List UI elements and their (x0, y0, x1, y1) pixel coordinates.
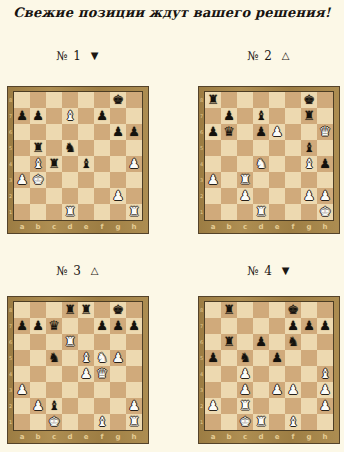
square-c4 (237, 156, 253, 172)
white-pawn-b2: ♟ (32, 398, 44, 414)
black-king-g8: ♚ (112, 302, 124, 318)
white-pawn-g2: ♟ (303, 188, 315, 204)
square-c3 (46, 172, 62, 188)
rank-label-4: 4 (8, 366, 13, 382)
white-pawn-g5: ♟ (112, 350, 124, 366)
square-c7 (237, 108, 253, 124)
puzzle-3-label: № 3△ (56, 264, 99, 278)
square-d8: ♜ (62, 302, 78, 318)
white-knight-f5: ♞ (96, 350, 108, 366)
square-a3: ♟ (14, 382, 30, 398)
file-label-d: d (62, 432, 78, 442)
square-d6: ♟ (253, 334, 269, 350)
square-a5 (205, 140, 221, 156)
square-e4: ♝ (78, 156, 94, 172)
rank-label-5: 5 (199, 350, 204, 366)
square-e5: ♝ (78, 350, 94, 366)
rank-label-3: 3 (8, 172, 13, 188)
square-d6: ♜ (62, 334, 78, 350)
file-label-g: g (110, 432, 126, 442)
square-c8 (237, 302, 253, 318)
square-h8 (126, 92, 142, 108)
square-h5 (126, 350, 142, 366)
square-c4 (46, 366, 62, 382)
square-f5 (285, 140, 301, 156)
board-grid-4: ♜♚♟♟♟♜♟♞♟♞♟♟♝♟♟♟♟♟♜♟♚♜♝ (204, 301, 334, 431)
square-c8 (46, 92, 62, 108)
square-e8 (78, 92, 94, 108)
square-d8 (62, 92, 78, 108)
puzzle-4-label: № 4▼ (247, 264, 290, 278)
black-pawn-a7: ♟ (16, 108, 28, 124)
square-h3 (126, 172, 142, 188)
black-king-g8: ♚ (303, 92, 315, 108)
square-d8 (253, 302, 269, 318)
file-labels: abcdefgh (205, 432, 333, 442)
black-bishop-g5: ♝ (303, 140, 315, 156)
black-pawn-h7: ♟ (128, 318, 140, 334)
rank-label-5: 5 (8, 350, 13, 366)
square-a7: ♟ (14, 108, 30, 124)
square-e1 (269, 414, 285, 430)
square-c4: ♜ (46, 156, 62, 172)
square-e2 (269, 188, 285, 204)
square-g4 (110, 366, 126, 382)
rank-label-3: 3 (199, 172, 204, 188)
file-label-a: a (205, 432, 221, 442)
square-e2 (269, 398, 285, 414)
square-a5 (14, 140, 30, 156)
square-b5 (30, 350, 46, 366)
square-e7 (269, 318, 285, 334)
black-pawn-f7: ♟ (287, 318, 299, 334)
square-e5 (269, 140, 285, 156)
square-d6: ♟ (253, 124, 269, 140)
black-pawn-g6: ♟ (112, 124, 124, 140)
square-h7 (317, 108, 333, 124)
black-rook-d8: ♜ (64, 302, 76, 318)
black-pawn-f7: ♟ (96, 108, 108, 124)
square-f4 (285, 156, 301, 172)
square-b5 (221, 140, 237, 156)
square-e1 (78, 204, 94, 220)
square-a4 (205, 156, 221, 172)
file-label-e: e (269, 222, 285, 232)
square-g7: ♟ (110, 318, 126, 334)
file-label-h: h (317, 222, 333, 232)
file-label-d: d (253, 222, 269, 232)
square-b4 (30, 366, 46, 382)
square-h2: ♟ (126, 398, 142, 414)
square-b3 (221, 172, 237, 188)
black-rook-g7: ♜ (303, 108, 315, 124)
square-b5: ♜ (30, 140, 46, 156)
square-b2 (221, 188, 237, 204)
square-g6 (301, 334, 317, 350)
white-bishop-f1: ♝ (96, 414, 108, 430)
black-rook-b8: ♜ (223, 302, 235, 318)
square-a8: ♜ (205, 92, 221, 108)
square-e6: ♟ (269, 124, 285, 140)
rank-label-6: 6 (199, 334, 204, 350)
white-rook-d6: ♜ (64, 334, 76, 350)
white-pawn-h4: ♟ (128, 156, 140, 172)
file-label-f: f (94, 222, 110, 232)
white-bishop-g4: ♝ (303, 156, 315, 172)
square-c2 (46, 188, 62, 204)
square-g2 (301, 398, 317, 414)
black-pawn-b7: ♟ (32, 108, 44, 124)
square-f3 (94, 382, 110, 398)
square-b2 (30, 188, 46, 204)
square-e8 (269, 302, 285, 318)
square-f6: ♞ (285, 334, 301, 350)
black-queen-b6: ♛ (223, 124, 235, 140)
square-f8: ♚ (285, 302, 301, 318)
puzzle-1-number: № 1 (56, 49, 82, 63)
square-d5: ♞ (62, 140, 78, 156)
square-g8: ♚ (301, 92, 317, 108)
file-label-a: a (14, 432, 30, 442)
white-pawn-h3: ♟ (319, 382, 331, 398)
square-b8 (30, 92, 46, 108)
square-c7: ♛ (46, 318, 62, 334)
square-g6 (110, 334, 126, 350)
square-g3 (110, 172, 126, 188)
white-king-h1: ♚ (319, 204, 331, 220)
square-b1 (30, 204, 46, 220)
square-h1 (317, 414, 333, 430)
square-f4 (285, 366, 301, 382)
file-label-g: g (301, 222, 317, 232)
square-h6 (317, 334, 333, 350)
square-f6 (285, 124, 301, 140)
square-e6 (78, 124, 94, 140)
white-pawn-a3: ♟ (207, 172, 219, 188)
rank-label-1: 1 (8, 414, 13, 430)
rank-label-1: 1 (199, 414, 204, 430)
square-f2 (94, 398, 110, 414)
square-h5 (126, 140, 142, 156)
square-b7: ♟ (221, 108, 237, 124)
white-bishop-e5: ♝ (80, 350, 92, 366)
rank-labels: 87654321 (8, 302, 13, 430)
square-e7 (269, 108, 285, 124)
square-d1 (62, 414, 78, 430)
square-a6 (205, 334, 221, 350)
rank-label-2: 2 (199, 188, 204, 204)
square-f7: ♟ (94, 318, 110, 334)
square-f7: ♟ (94, 108, 110, 124)
square-a7: ♟ (14, 318, 30, 334)
square-g6: ♟ (110, 124, 126, 140)
square-d3 (62, 172, 78, 188)
square-c5: ♞ (46, 350, 62, 366)
white-pawn-g2: ♟ (112, 188, 124, 204)
square-h5 (317, 140, 333, 156)
square-h2: ♟ (317, 188, 333, 204)
file-labels: abcdefgh (205, 222, 333, 232)
white-queen-h6: ♛ (319, 124, 331, 140)
square-g7: ♜ (301, 108, 317, 124)
black-knight-f6: ♞ (287, 334, 299, 350)
square-e4 (269, 156, 285, 172)
square-b1 (30, 414, 46, 430)
square-a8 (205, 302, 221, 318)
white-pawn-h2: ♟ (128, 398, 140, 414)
file-label-h: h (126, 432, 142, 442)
black-pawn-e5: ♟ (271, 350, 283, 366)
square-b8 (30, 302, 46, 318)
square-f2 (285, 398, 301, 414)
square-g8: ♚ (110, 302, 126, 318)
square-f5: ♞ (94, 350, 110, 366)
square-a2 (14, 398, 30, 414)
square-b2 (221, 398, 237, 414)
square-h1: ♜ (126, 414, 142, 430)
rank-label-8: 8 (199, 302, 204, 318)
square-a1 (205, 204, 221, 220)
file-label-e: e (269, 432, 285, 442)
white-rook-h1: ♜ (128, 204, 140, 220)
rank-label-8: 8 (199, 92, 204, 108)
square-c6 (237, 334, 253, 350)
square-f1: ♝ (285, 414, 301, 430)
white-rook-c3: ♜ (239, 172, 251, 188)
file-label-b: b (221, 432, 237, 442)
square-h7 (126, 108, 142, 124)
white-bishop-h4: ♝ (319, 366, 331, 382)
white-rook-c2: ♜ (239, 398, 251, 414)
square-d7 (62, 318, 78, 334)
file-label-d: d (253, 432, 269, 442)
square-a6 (14, 124, 30, 140)
file-label-c: c (46, 222, 62, 232)
file-label-f: f (94, 432, 110, 442)
square-d4 (62, 366, 78, 382)
square-e7 (78, 318, 94, 334)
chessboard-1: 87654321 ♚♟♟♝♟♟♟♜♞♝♜♝♟♟♚♟♜♜ abcdefgh (7, 86, 149, 234)
square-d1: ♜ (253, 414, 269, 430)
square-b3 (221, 382, 237, 398)
square-c2: ♟ (237, 188, 253, 204)
square-h5 (317, 350, 333, 366)
black-king-f8: ♚ (287, 302, 299, 318)
square-h4: ♝ (317, 366, 333, 382)
white-pawn-e4: ♟ (80, 366, 92, 382)
square-f1 (94, 204, 110, 220)
square-a2 (205, 188, 221, 204)
square-h3: ♟ (317, 382, 333, 398)
square-b8 (221, 92, 237, 108)
square-e4 (269, 366, 285, 382)
square-g4 (301, 366, 317, 382)
square-c6 (46, 124, 62, 140)
rank-label-7: 7 (199, 108, 204, 124)
rank-label-4: 4 (199, 366, 204, 382)
square-b6 (30, 124, 46, 140)
square-h4: ♟ (317, 156, 333, 172)
square-c3: ♜ (237, 172, 253, 188)
square-a7 (205, 318, 221, 334)
black-rook-a8: ♜ (207, 92, 219, 108)
square-g7 (110, 108, 126, 124)
square-b3 (30, 382, 46, 398)
square-d3 (62, 382, 78, 398)
black-pawn-h4: ♟ (319, 156, 331, 172)
square-a5 (14, 350, 30, 366)
black-rook-b6: ♜ (223, 334, 235, 350)
white-to-move-triangle-icon: △ (91, 266, 99, 276)
white-king-c1: ♚ (239, 414, 251, 430)
chessboard-3: 87654321 ♜♜♚♟♟♛♟♟♟♜♞♝♞♟♟♛♟♟♝♟♚♝♜ abcdefg… (7, 296, 149, 444)
square-f6 (94, 124, 110, 140)
black-pawn-b7: ♟ (223, 108, 235, 124)
puzzle-1-label: № 1▼ (56, 49, 99, 63)
file-label-a: a (205, 222, 221, 232)
square-c8 (46, 302, 62, 318)
black-king-g8: ♚ (112, 92, 124, 108)
square-f2 (285, 188, 301, 204)
square-e2 (78, 398, 94, 414)
file-label-e: e (78, 432, 94, 442)
square-b6: ♛ (221, 124, 237, 140)
file-label-f: f (285, 222, 301, 232)
square-c5: ♞ (237, 350, 253, 366)
square-g5 (110, 140, 126, 156)
file-labels: abcdefgh (14, 432, 142, 442)
square-f1 (285, 204, 301, 220)
square-d5 (253, 140, 269, 156)
square-b6: ♜ (221, 334, 237, 350)
white-rook-h1: ♜ (128, 414, 140, 430)
file-label-a: a (14, 222, 30, 232)
white-pawn-c3: ♟ (239, 382, 251, 398)
rank-labels: 87654321 (8, 92, 13, 220)
square-e3 (78, 382, 94, 398)
black-rook-e8: ♜ (80, 302, 92, 318)
square-f3 (285, 172, 301, 188)
square-f6 (94, 334, 110, 350)
white-pawn-a3: ♟ (16, 172, 28, 188)
rank-label-7: 7 (8, 318, 13, 334)
square-d3 (253, 172, 269, 188)
square-g4: ♝ (301, 156, 317, 172)
square-c3: ♟ (237, 382, 253, 398)
white-pawn-h2: ♟ (319, 188, 331, 204)
square-h2: ♟ (317, 398, 333, 414)
square-a3: ♟ (205, 172, 221, 188)
file-label-b: b (221, 222, 237, 232)
rank-label-2: 2 (8, 398, 13, 414)
square-g1 (301, 204, 317, 220)
square-f5 (285, 350, 301, 366)
square-e6 (78, 334, 94, 350)
file-label-d: d (62, 222, 78, 232)
square-d1: ♜ (253, 204, 269, 220)
square-h2 (126, 188, 142, 204)
square-h8 (126, 302, 142, 318)
square-f8 (94, 92, 110, 108)
square-a1 (14, 414, 30, 430)
square-d4: ♞ (253, 156, 269, 172)
square-b2: ♟ (30, 398, 46, 414)
square-g5: ♝ (301, 140, 317, 156)
square-c3 (46, 382, 62, 398)
square-b7 (221, 318, 237, 334)
rank-label-8: 8 (8, 92, 13, 108)
black-pawn-a5: ♟ (207, 350, 219, 366)
white-knight-d4: ♞ (255, 156, 267, 172)
white-bishop-f1: ♝ (287, 414, 299, 430)
white-queen-f4: ♛ (96, 366, 108, 382)
square-c6 (46, 334, 62, 350)
black-pawn-h6: ♟ (128, 124, 140, 140)
square-f2 (94, 188, 110, 204)
square-a8 (14, 92, 30, 108)
white-pawn-c4: ♟ (239, 366, 251, 382)
page-title: Свежие позиции ждут вашего решения! (0, 5, 344, 20)
white-rook-d1: ♜ (64, 204, 76, 220)
square-a6 (14, 334, 30, 350)
square-d2 (62, 188, 78, 204)
square-b7: ♟ (30, 318, 46, 334)
file-labels: abcdefgh (14, 222, 142, 232)
square-d2 (253, 398, 269, 414)
square-h4: ♟ (126, 156, 142, 172)
square-e8 (269, 92, 285, 108)
black-pawn-d6: ♟ (255, 124, 267, 140)
file-label-f: f (285, 432, 301, 442)
file-label-c: c (237, 432, 253, 442)
square-c1 (46, 204, 62, 220)
square-d4 (62, 156, 78, 172)
square-c1: ♚ (237, 414, 253, 430)
rank-label-4: 4 (8, 156, 13, 172)
square-f4: ♛ (94, 366, 110, 382)
black-knight-c5: ♞ (239, 350, 251, 366)
white-pawn-e3: ♟ (271, 382, 283, 398)
square-d7: ♝ (62, 108, 78, 124)
white-pawn-f3: ♟ (287, 382, 299, 398)
square-b6 (30, 334, 46, 350)
square-g4 (110, 156, 126, 172)
square-c8 (237, 92, 253, 108)
square-f7: ♟ (285, 318, 301, 334)
white-bishop-d7: ♝ (64, 108, 76, 124)
white-pawn-e6: ♟ (271, 124, 283, 140)
black-rook-c4: ♜ (48, 156, 60, 172)
square-f4 (94, 156, 110, 172)
puzzle-2-number: № 2 (247, 49, 273, 63)
square-b5 (221, 350, 237, 366)
black-pawn-f7: ♟ (96, 318, 108, 334)
square-d2 (253, 188, 269, 204)
rank-label-8: 8 (8, 302, 13, 318)
square-g7: ♟ (301, 318, 317, 334)
black-pawn-g7: ♟ (112, 318, 124, 334)
white-pawn-a2: ♟ (207, 398, 219, 414)
square-g5: ♟ (110, 350, 126, 366)
square-d4 (253, 366, 269, 382)
black-pawn-h7: ♟ (319, 318, 331, 334)
rank-labels: 87654321 (199, 302, 204, 430)
white-rook-d1: ♜ (255, 414, 267, 430)
square-e8: ♜ (78, 302, 94, 318)
square-c4: ♟ (237, 366, 253, 382)
rank-label-2: 2 (8, 188, 13, 204)
square-a2: ♟ (205, 398, 221, 414)
